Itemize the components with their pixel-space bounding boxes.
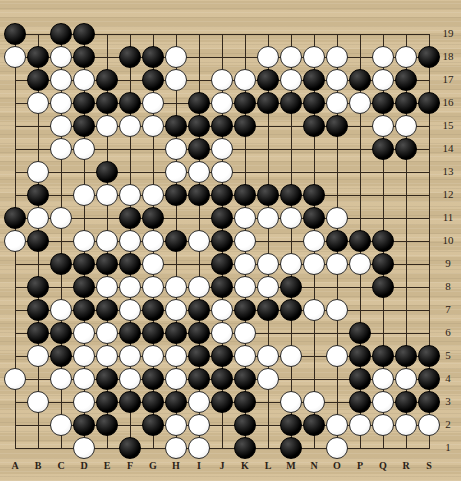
stone-black[interactable]	[280, 276, 302, 298]
stone-black[interactable]	[211, 184, 233, 206]
stone-black[interactable]	[372, 92, 394, 114]
stone-white[interactable]	[372, 46, 394, 68]
column-label-D: D	[75, 460, 93, 471]
column-label-M: M	[282, 460, 300, 471]
stone-black[interactable]	[372, 253, 394, 275]
stone-white[interactable]	[73, 437, 95, 459]
stone-black[interactable]	[211, 207, 233, 229]
stone-black[interactable]	[96, 253, 118, 275]
stone-white[interactable]	[50, 414, 72, 436]
stone-black[interactable]	[96, 69, 118, 91]
stone-white[interactable]	[142, 92, 164, 114]
stone-black[interactable]	[119, 322, 141, 344]
row-label-19: 19	[436, 27, 460, 39]
stone-white[interactable]	[142, 276, 164, 298]
stone-black[interactable]	[234, 184, 256, 206]
stone-white[interactable]	[211, 138, 233, 160]
stone-black[interactable]	[234, 115, 256, 137]
column-label-Q: Q	[374, 460, 392, 471]
column-label-P: P	[351, 460, 369, 471]
stone-black[interactable]	[142, 69, 164, 91]
stone-white[interactable]	[142, 184, 164, 206]
stone-white[interactable]	[96, 322, 118, 344]
stone-white[interactable]	[165, 46, 187, 68]
stone-black[interactable]	[142, 207, 164, 229]
stone-black[interactable]	[165, 115, 187, 137]
stone-white[interactable]	[234, 253, 256, 275]
stone-black[interactable]	[4, 207, 26, 229]
stone-black[interactable]	[188, 345, 210, 367]
stone-white[interactable]	[395, 115, 417, 137]
stone-white[interactable]	[395, 46, 417, 68]
column-label-K: K	[236, 460, 254, 471]
stone-black[interactable]	[4, 23, 26, 45]
stone-white[interactable]	[234, 345, 256, 367]
stone-white[interactable]	[119, 115, 141, 137]
row-label-10: 10	[436, 234, 460, 246]
stone-black[interactable]	[96, 299, 118, 321]
stone-white[interactable]	[50, 92, 72, 114]
column-label-E: E	[98, 460, 116, 471]
stone-white[interactable]	[96, 345, 118, 367]
stone-white[interactable]	[303, 253, 325, 275]
stone-black[interactable]	[27, 69, 49, 91]
stone-white[interactable]	[165, 437, 187, 459]
stone-black[interactable]	[349, 322, 371, 344]
stone-black[interactable]	[119, 46, 141, 68]
stone-black[interactable]	[50, 253, 72, 275]
stone-white[interactable]	[188, 414, 210, 436]
stone-white[interactable]	[280, 207, 302, 229]
stone-black[interactable]	[303, 184, 325, 206]
stone-white[interactable]	[234, 322, 256, 344]
stone-white[interactable]	[188, 391, 210, 413]
stone-white[interactable]	[165, 345, 187, 367]
stone-white[interactable]	[27, 391, 49, 413]
row-label-9: 9	[436, 257, 460, 269]
stone-black[interactable]	[349, 391, 371, 413]
stone-white[interactable]	[234, 69, 256, 91]
stone-white[interactable]	[211, 299, 233, 321]
stone-black[interactable]	[211, 345, 233, 367]
stone-white[interactable]	[142, 115, 164, 137]
stone-white[interactable]	[27, 92, 49, 114]
column-label-C: C	[52, 460, 70, 471]
row-label-3: 3	[436, 395, 460, 407]
stone-black[interactable]	[349, 230, 371, 252]
stone-black[interactable]	[211, 253, 233, 275]
stone-black[interactable]	[257, 184, 279, 206]
stone-white[interactable]	[165, 161, 187, 183]
row-label-4: 4	[436, 372, 460, 384]
stone-white[interactable]	[96, 276, 118, 298]
stone-white[interactable]	[303, 299, 325, 321]
stone-black[interactable]	[142, 414, 164, 436]
stone-white[interactable]	[96, 184, 118, 206]
stone-white[interactable]	[142, 345, 164, 367]
stone-black[interactable]	[96, 414, 118, 436]
stone-black[interactable]	[73, 23, 95, 45]
stone-black[interactable]	[50, 345, 72, 367]
column-label-G: G	[144, 460, 162, 471]
stone-black[interactable]	[188, 299, 210, 321]
stone-white[interactable]	[303, 391, 325, 413]
stone-black[interactable]	[165, 322, 187, 344]
column-label-H: H	[167, 460, 185, 471]
column-label-S: S	[420, 460, 438, 471]
stone-white[interactable]	[257, 207, 279, 229]
stone-white[interactable]	[96, 115, 118, 137]
stone-white[interactable]	[50, 69, 72, 91]
row-label-7: 7	[436, 303, 460, 315]
stone-black[interactable]	[395, 391, 417, 413]
stone-black[interactable]	[372, 345, 394, 367]
stone-black[interactable]	[326, 115, 348, 137]
stone-black[interactable]	[372, 230, 394, 252]
stone-white[interactable]	[326, 69, 348, 91]
stone-white[interactable]	[73, 138, 95, 160]
stone-white[interactable]	[50, 207, 72, 229]
stone-white[interactable]	[4, 230, 26, 252]
stone-white[interactable]	[73, 345, 95, 367]
stone-white[interactable]	[326, 299, 348, 321]
row-label-5: 5	[436, 349, 460, 361]
stone-black[interactable]	[73, 92, 95, 114]
stone-white[interactable]	[257, 345, 279, 367]
stone-black[interactable]	[119, 391, 141, 413]
stone-black[interactable]	[27, 322, 49, 344]
stone-white[interactable]	[326, 414, 348, 436]
stone-black[interactable]	[119, 207, 141, 229]
stone-black[interactable]	[142, 391, 164, 413]
stone-white[interactable]	[280, 345, 302, 367]
stone-black[interactable]	[211, 391, 233, 413]
stone-black[interactable]	[211, 230, 233, 252]
stone-black[interactable]	[303, 414, 325, 436]
stone-black[interactable]	[142, 299, 164, 321]
stone-white[interactable]	[257, 368, 279, 390]
stone-white[interactable]	[119, 230, 141, 252]
stone-black[interactable]	[188, 322, 210, 344]
stone-white[interactable]	[50, 46, 72, 68]
stone-black[interactable]	[349, 69, 371, 91]
stone-black[interactable]	[96, 161, 118, 183]
stone-black[interactable]	[257, 92, 279, 114]
stone-black[interactable]	[188, 92, 210, 114]
stone-white[interactable]	[303, 230, 325, 252]
stone-white[interactable]	[372, 115, 394, 137]
stone-white[interactable]	[303, 46, 325, 68]
row-label-14: 14	[436, 142, 460, 154]
stone-black[interactable]	[395, 69, 417, 91]
stone-white[interactable]	[211, 69, 233, 91]
stone-white[interactable]	[326, 437, 348, 459]
stone-white[interactable]	[73, 230, 95, 252]
stone-black[interactable]	[27, 230, 49, 252]
stone-white[interactable]	[234, 230, 256, 252]
column-label-N: N	[305, 460, 323, 471]
stone-black[interactable]	[96, 391, 118, 413]
stone-white[interactable]	[119, 345, 141, 367]
stone-black[interactable]	[50, 23, 72, 45]
stone-white[interactable]	[188, 276, 210, 298]
stone-black[interactable]	[27, 184, 49, 206]
stone-white[interactable]	[349, 414, 371, 436]
stone-white[interactable]	[188, 437, 210, 459]
row-label-2: 2	[436, 418, 460, 430]
stone-white[interactable]	[326, 46, 348, 68]
stone-white[interactable]	[165, 138, 187, 160]
stone-black[interactable]	[27, 299, 49, 321]
stone-white[interactable]	[73, 368, 95, 390]
stone-white[interactable]	[165, 276, 187, 298]
stone-black[interactable]	[50, 322, 72, 344]
stone-black[interactable]	[280, 184, 302, 206]
go-board-screenshot: ABCDEFGHIJKLMNOPQRS 19181716151413121110…	[0, 0, 461, 481]
row-label-6: 6	[436, 326, 460, 338]
stone-black[interactable]	[165, 391, 187, 413]
stone-black[interactable]	[119, 437, 141, 459]
stone-white[interactable]	[50, 299, 72, 321]
stone-black[interactable]	[372, 138, 394, 160]
stone-black[interactable]	[234, 414, 256, 436]
stone-black[interactable]	[119, 253, 141, 275]
stone-white[interactable]	[372, 391, 394, 413]
stone-white[interactable]	[142, 253, 164, 275]
stone-white[interactable]	[73, 391, 95, 413]
column-label-I: I	[190, 460, 208, 471]
stone-white[interactable]	[349, 253, 371, 275]
stone-white[interactable]	[372, 69, 394, 91]
stone-white[interactable]	[372, 368, 394, 390]
stone-black[interactable]	[280, 414, 302, 436]
stone-black[interactable]	[211, 276, 233, 298]
stone-black[interactable]	[372, 276, 394, 298]
stone-black[interactable]	[27, 276, 49, 298]
stone-white[interactable]	[280, 69, 302, 91]
stone-black[interactable]	[73, 115, 95, 137]
stone-black[interactable]	[119, 92, 141, 114]
row-label-11: 11	[436, 211, 460, 223]
stone-white[interactable]	[50, 138, 72, 160]
stone-white[interactable]	[50, 368, 72, 390]
stone-black[interactable]	[188, 184, 210, 206]
stone-white[interactable]	[165, 368, 187, 390]
stone-black[interactable]	[142, 368, 164, 390]
row-label-1: 1	[436, 441, 460, 453]
stone-black[interactable]	[211, 115, 233, 137]
stone-white[interactable]	[188, 230, 210, 252]
stone-black[interactable]	[234, 368, 256, 390]
stone-black[interactable]	[257, 69, 279, 91]
stone-white[interactable]	[211, 322, 233, 344]
stone-black[interactable]	[188, 138, 210, 160]
column-label-A: A	[6, 460, 24, 471]
stone-white[interactable]	[119, 299, 141, 321]
row-label-8: 8	[436, 280, 460, 292]
stone-black[interactable]	[165, 184, 187, 206]
stone-black[interactable]	[211, 368, 233, 390]
stone-white[interactable]	[165, 414, 187, 436]
stone-black[interactable]	[395, 345, 417, 367]
stone-white[interactable]	[395, 414, 417, 436]
stone-black[interactable]	[188, 368, 210, 390]
stone-white[interactable]	[165, 69, 187, 91]
stone-black[interactable]	[280, 437, 302, 459]
column-label-L: L	[259, 460, 277, 471]
row-label-12: 12	[436, 188, 460, 200]
stone-black[interactable]	[349, 368, 371, 390]
stone-white[interactable]	[188, 161, 210, 183]
stone-black[interactable]	[326, 230, 348, 252]
stone-black[interactable]	[165, 230, 187, 252]
stone-white[interactable]	[372, 414, 394, 436]
stone-black[interactable]	[27, 46, 49, 68]
stone-white[interactable]	[4, 368, 26, 390]
stone-black[interactable]	[280, 92, 302, 114]
stone-white[interactable]	[27, 207, 49, 229]
stone-black[interactable]	[188, 115, 210, 137]
stone-white[interactable]	[395, 368, 417, 390]
stone-white[interactable]	[119, 184, 141, 206]
stone-white[interactable]	[73, 69, 95, 91]
row-label-18: 18	[436, 50, 460, 62]
column-label-J: J	[213, 460, 231, 471]
stone-black[interactable]	[73, 276, 95, 298]
stone-white[interactable]	[73, 184, 95, 206]
stone-white[interactable]	[326, 92, 348, 114]
column-label-B: B	[29, 460, 47, 471]
row-label-16: 16	[436, 96, 460, 108]
stone-white[interactable]	[73, 322, 95, 344]
stone-black[interactable]	[73, 299, 95, 321]
stone-white[interactable]	[4, 46, 26, 68]
stone-white[interactable]	[96, 230, 118, 252]
stone-black[interactable]	[303, 69, 325, 91]
stone-black[interactable]	[303, 92, 325, 114]
stone-black[interactable]	[234, 437, 256, 459]
column-label-R: R	[397, 460, 415, 471]
stone-black[interactable]	[280, 299, 302, 321]
stone-white[interactable]	[280, 391, 302, 413]
row-label-13: 13	[436, 165, 460, 177]
stone-white[interactable]	[142, 230, 164, 252]
stone-white[interactable]	[234, 207, 256, 229]
stone-black[interactable]	[234, 391, 256, 413]
stone-white[interactable]	[27, 161, 49, 183]
stone-black[interactable]	[142, 322, 164, 344]
column-label-F: F	[121, 460, 139, 471]
stone-black[interactable]	[303, 207, 325, 229]
stone-black[interactable]	[96, 368, 118, 390]
stone-black[interactable]	[96, 92, 118, 114]
stone-white[interactable]	[326, 345, 348, 367]
stone-black[interactable]	[303, 115, 325, 137]
stone-black[interactable]	[395, 138, 417, 160]
stone-white[interactable]	[119, 368, 141, 390]
stone-black[interactable]	[395, 92, 417, 114]
stone-white[interactable]	[165, 299, 187, 321]
stone-white[interactable]	[257, 46, 279, 68]
stone-black[interactable]	[234, 299, 256, 321]
row-label-17: 17	[436, 73, 460, 85]
stone-white[interactable]	[257, 253, 279, 275]
stone-white[interactable]	[119, 276, 141, 298]
stone-black[interactable]	[73, 414, 95, 436]
stone-white[interactable]	[211, 161, 233, 183]
column-label-O: O	[328, 460, 346, 471]
stone-black[interactable]	[257, 299, 279, 321]
stone-black[interactable]	[142, 46, 164, 68]
stone-black[interactable]	[234, 92, 256, 114]
stone-white[interactable]	[280, 253, 302, 275]
stone-white[interactable]	[27, 345, 49, 367]
stone-white[interactable]	[211, 92, 233, 114]
stone-white[interactable]	[326, 253, 348, 275]
stone-black[interactable]	[349, 345, 371, 367]
stone-white[interactable]	[349, 92, 371, 114]
stone-black[interactable]	[73, 253, 95, 275]
stone-white[interactable]	[326, 207, 348, 229]
row-label-15: 15	[436, 119, 460, 131]
stone-white[interactable]	[234, 276, 256, 298]
stone-white[interactable]	[50, 115, 72, 137]
stone-white[interactable]	[280, 46, 302, 68]
stone-white[interactable]	[257, 276, 279, 298]
stone-black[interactable]	[73, 46, 95, 68]
